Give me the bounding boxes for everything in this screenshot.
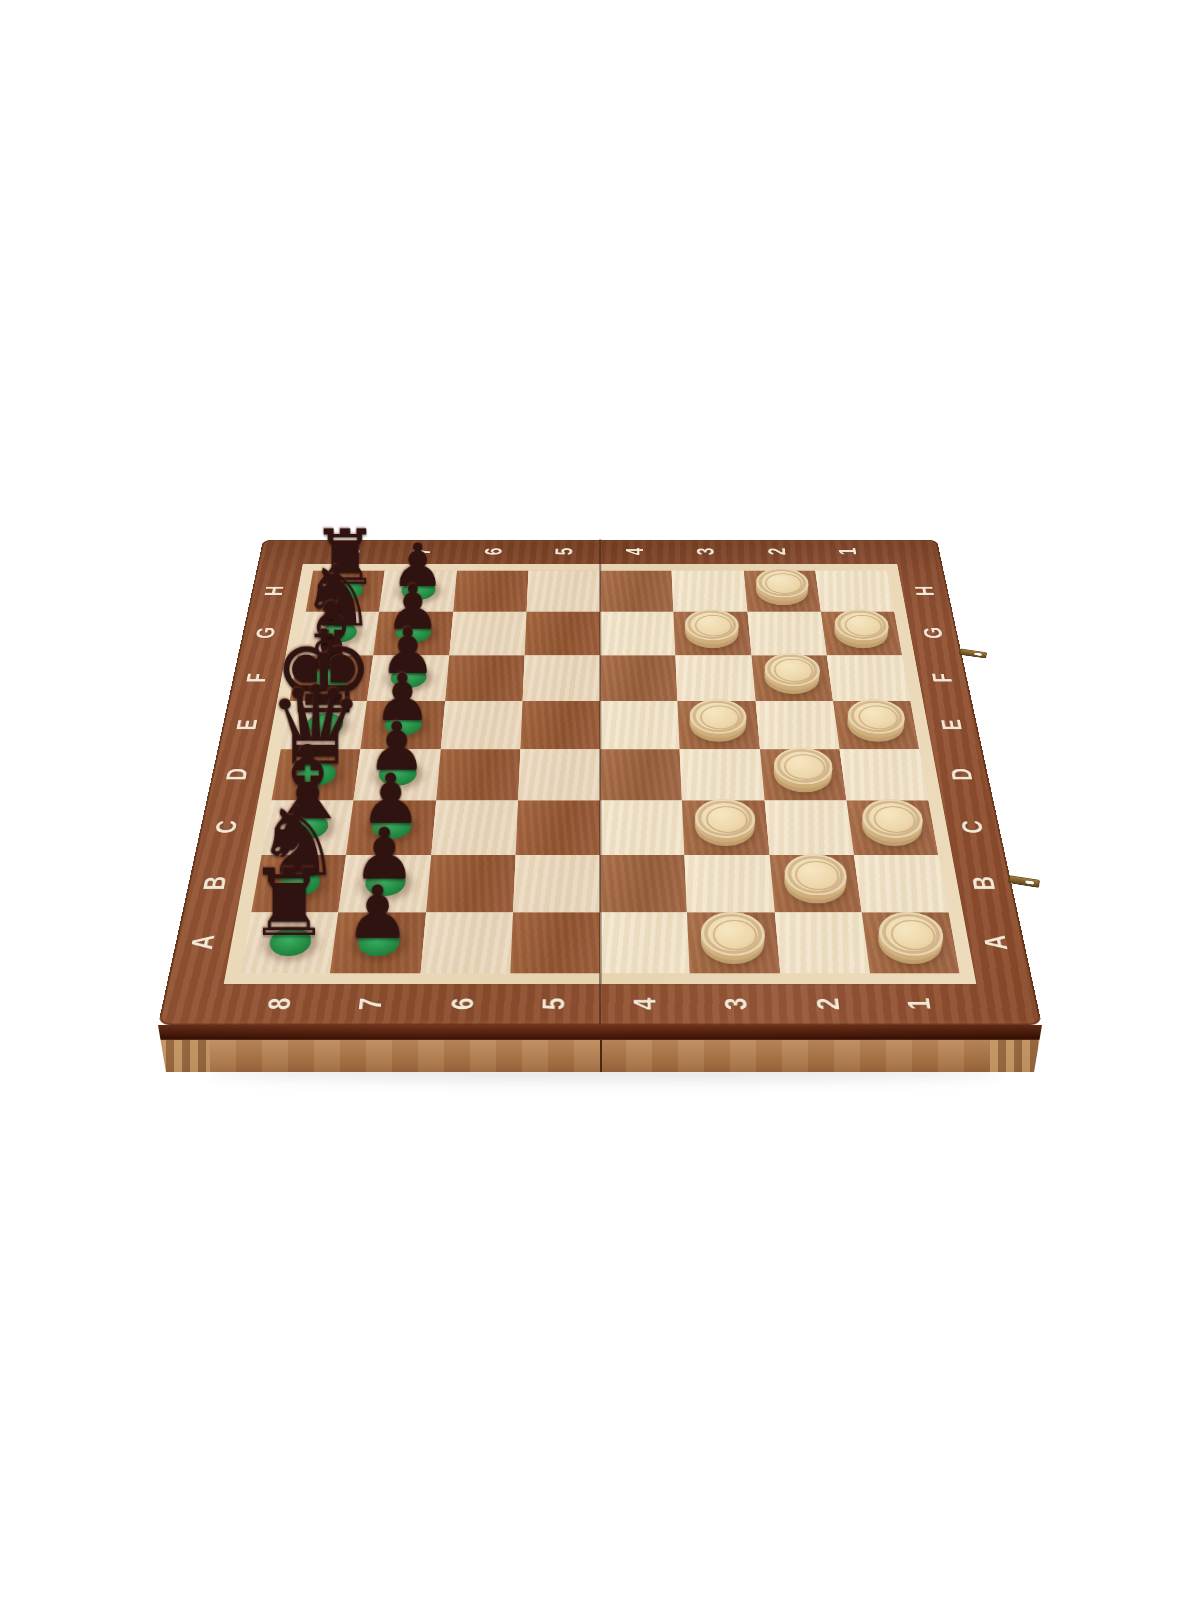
square-d3	[680, 749, 764, 800]
square-d1	[839, 749, 928, 800]
dovetail-joint-right	[990, 1040, 1042, 1073]
square-h3	[672, 571, 747, 612]
file-label-right-C: C	[956, 817, 991, 837]
square-b3	[685, 855, 775, 913]
rank-label-far-1: 1	[834, 544, 862, 558]
rank-label-far-2: 2	[763, 544, 791, 558]
square-c4	[600, 801, 685, 855]
square-f3	[676, 655, 756, 701]
file-label-right-A: A	[978, 931, 1015, 954]
square-a5	[510, 912, 600, 973]
rank-label-near-6: 6	[445, 992, 480, 1016]
square-f5	[522, 655, 600, 701]
chessboard: HGFEDCBAHGFEDCBA8765432187654321♜♞♝♛♚♝♞♜…	[158, 540, 1042, 1025]
square-g4	[600, 612, 676, 655]
rank-label-near-1: 1	[901, 992, 938, 1016]
ck-top-e3	[689, 699, 748, 734]
file-label-right-D: D	[946, 765, 980, 784]
file-label-right-E: E	[936, 716, 969, 734]
fold-seam	[599, 539, 602, 1024]
dovetail-joint-left	[158, 1040, 210, 1073]
square-c2	[764, 801, 853, 855]
pawn-glyph-a7: ♟	[276, 876, 480, 949]
rank-label-far-4: 4	[622, 544, 648, 558]
square-d4	[600, 749, 682, 800]
rank-label-near-4: 4	[629, 992, 663, 1016]
square-h1	[815, 571, 894, 612]
square-e5	[520, 701, 600, 749]
ck-top-g3	[684, 609, 740, 640]
rank-label-near-2: 2	[810, 992, 846, 1016]
square-b4	[600, 855, 687, 913]
square-g2	[747, 612, 826, 655]
file-label-right-B: B	[966, 872, 1002, 893]
square-c5	[515, 801, 600, 855]
box-side	[158, 1040, 1042, 1075]
frame-front-lip	[158, 1025, 1042, 1040]
square-h4	[600, 571, 674, 612]
rank-label-near-7: 7	[353, 992, 389, 1016]
box-side-seam	[600, 1040, 602, 1073]
rank-label-far-5: 5	[551, 544, 577, 558]
hinge-clasp-bottom	[1008, 875, 1040, 888]
rank-label-near-8: 8	[262, 992, 299, 1016]
square-f4	[600, 655, 678, 701]
rank-label-near-3: 3	[719, 992, 754, 1016]
square-h5	[526, 571, 600, 612]
square-b1	[854, 855, 949, 913]
rank-label-far-3: 3	[693, 544, 720, 558]
square-d5	[518, 749, 600, 800]
rank-label-near-5: 5	[537, 992, 571, 1016]
square-a4	[600, 912, 690, 973]
file-label-right-G: G	[918, 625, 949, 641]
hinge-clasp-top	[959, 649, 987, 659]
square-e4	[600, 701, 680, 749]
square-f1	[827, 655, 911, 701]
file-label-right-H: H	[910, 583, 940, 598]
file-label-right-F: F	[927, 669, 959, 686]
square-e2	[755, 701, 839, 749]
front-edge	[158, 1025, 1042, 1072]
square-g5	[524, 612, 600, 655]
product-photo-scene: HGFEDCBAHGFEDCBA8765432187654321♜♞♝♛♚♝♞♜…	[0, 0, 1200, 1600]
square-a2	[774, 912, 869, 973]
square-b5	[513, 855, 600, 913]
